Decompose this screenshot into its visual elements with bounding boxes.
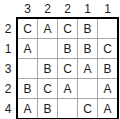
left-clue-row2: 1 — [0, 39, 16, 58]
cell-r1c2[interactable]: A — [38, 19, 57, 38]
cell-r5c4[interactable]: C — [78, 99, 97, 118]
puzzle-board: C A C B A B B C B C A B B C A A A B C A — [16, 17, 119, 119]
cell-r1c5[interactable] — [98, 19, 117, 38]
puzzle-diagram: 3 2 2 1 1 2 1 3 2 4 C A C B A B B C B C … — [0, 0, 120, 119]
top-clue-col1: 3 — [18, 0, 37, 17]
cell-r4c2[interactable]: C — [38, 79, 57, 98]
cell-r5c3[interactable] — [58, 99, 77, 118]
left-clue-row4: 2 — [0, 79, 16, 98]
cell-r2c4[interactable]: B — [78, 39, 97, 58]
cell-r2c5[interactable]: C — [98, 39, 117, 58]
cell-r4c3[interactable]: A — [58, 79, 77, 98]
cell-r5c2[interactable]: B — [38, 99, 57, 118]
cell-r2c3[interactable]: B — [58, 39, 77, 58]
cell-r3c5[interactable]: B — [98, 59, 117, 78]
top-clue-row: 3 2 2 1 1 — [18, 0, 117, 17]
cell-r3c1[interactable] — [18, 59, 37, 78]
left-clue-row5: 4 — [0, 99, 16, 118]
cell-r4c5[interactable]: A — [98, 79, 117, 98]
cell-r3c3[interactable]: C — [58, 59, 77, 78]
top-clue-col2: 2 — [38, 0, 57, 17]
cell-r3c4[interactable]: A — [78, 59, 97, 78]
cell-r4c4[interactable] — [78, 79, 97, 98]
cell-r2c1[interactable]: A — [18, 39, 37, 58]
cell-r1c3[interactable]: C — [58, 19, 77, 38]
top-clue-col4: 1 — [78, 0, 97, 17]
cell-r1c4[interactable]: B — [78, 19, 97, 38]
cell-r5c1[interactable]: A — [18, 99, 37, 118]
top-clue-col3: 2 — [58, 0, 77, 17]
left-clue-column: 2 1 3 2 4 — [0, 19, 16, 118]
left-clue-row3: 3 — [0, 59, 16, 78]
cell-r3c2[interactable]: B — [38, 59, 57, 78]
cell-r5c5[interactable]: A — [98, 99, 117, 118]
cell-r2c2[interactable] — [38, 39, 57, 58]
cell-r1c1[interactable]: C — [18, 19, 37, 38]
left-clue-row1: 2 — [0, 19, 16, 38]
top-clue-col5: 1 — [98, 0, 117, 17]
cell-r4c1[interactable]: B — [18, 79, 37, 98]
